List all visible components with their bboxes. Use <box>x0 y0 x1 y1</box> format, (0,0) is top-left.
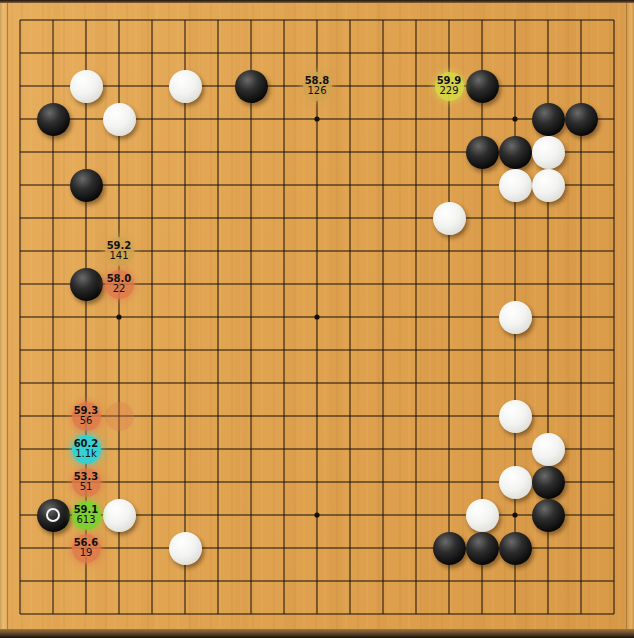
go-board[interactable]: 58.812659.922959.214158.02259.35660.21.1… <box>0 0 634 638</box>
stone-black <box>235 70 268 103</box>
suggestion-visits: 1.1k <box>75 449 97 459</box>
move-suggestion[interactable]: 59.1613 <box>72 501 101 530</box>
ghost-suggestion[interactable] <box>105 402 134 431</box>
stone-white <box>103 499 136 532</box>
stone-black <box>37 499 70 532</box>
stone-white <box>532 136 565 169</box>
suggestion-visits: 51 <box>80 482 93 492</box>
move-suggestion[interactable]: 58.022 <box>105 270 134 299</box>
suggestion-visits: 56 <box>80 416 93 426</box>
star-point <box>314 314 319 319</box>
stone-white <box>169 532 202 565</box>
stone-white <box>433 202 466 235</box>
suggestion-visits: 22 <box>113 284 126 294</box>
stone-white <box>499 169 532 202</box>
star-point <box>314 116 319 121</box>
stone-white <box>499 301 532 334</box>
stone-white <box>532 169 565 202</box>
stone-black <box>466 136 499 169</box>
stone-black <box>499 532 532 565</box>
star-point <box>512 512 517 517</box>
stone-black <box>70 268 103 301</box>
move-suggestion[interactable]: 60.21.1k <box>72 435 101 464</box>
move-suggestion[interactable]: 53.351 <box>72 468 101 497</box>
suggestion-visits: 126 <box>307 86 326 96</box>
move-suggestion[interactable]: 58.8126 <box>303 72 332 101</box>
stone-black <box>565 103 598 136</box>
stone-white <box>532 433 565 466</box>
suggestion-visits: 141 <box>109 251 128 261</box>
move-suggestion[interactable]: 59.2141 <box>105 237 134 266</box>
move-suggestion[interactable]: 59.356 <box>72 402 101 431</box>
stone-white <box>103 103 136 136</box>
last-move-marker <box>46 508 60 522</box>
suggestion-visits: 229 <box>439 86 458 96</box>
star-point <box>116 314 121 319</box>
move-suggestion[interactable]: 56.619 <box>72 534 101 563</box>
stone-white <box>169 70 202 103</box>
stone-black <box>499 136 532 169</box>
stone-black <box>532 103 565 136</box>
stone-black <box>37 103 70 136</box>
stone-white <box>70 70 103 103</box>
stone-black <box>433 532 466 565</box>
stone-black <box>532 499 565 532</box>
star-point <box>314 512 319 517</box>
stone-black <box>70 169 103 202</box>
suggestion-visits: 19 <box>80 548 93 558</box>
star-point <box>512 116 517 121</box>
suggestion-visits: 613 <box>76 515 95 525</box>
move-suggestion[interactable]: 59.9229 <box>435 72 464 101</box>
stone-black <box>532 466 565 499</box>
stone-white <box>499 466 532 499</box>
stone-white <box>466 499 499 532</box>
stone-black <box>466 532 499 565</box>
stone-black <box>466 70 499 103</box>
stone-white <box>499 400 532 433</box>
